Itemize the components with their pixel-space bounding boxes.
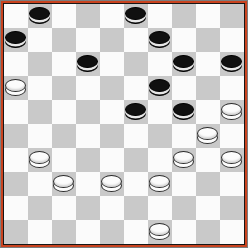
dark-square[interactable] [4, 220, 28, 244]
dark-square[interactable] [28, 100, 52, 124]
dark-square[interactable] [124, 148, 148, 172]
dark-square[interactable] [76, 100, 100, 124]
light-square [28, 76, 52, 100]
dark-square[interactable] [220, 196, 244, 220]
light-square [124, 76, 148, 100]
dark-square[interactable] [4, 76, 28, 100]
white-man[interactable] [29, 151, 50, 168]
piece-disc-top [173, 151, 194, 164]
white-man[interactable] [149, 175, 170, 192]
light-square [220, 28, 244, 52]
dark-square[interactable] [52, 76, 76, 100]
light-square [196, 100, 220, 124]
black-man[interactable] [125, 7, 146, 24]
light-square [28, 172, 52, 196]
piece-disc-top [125, 103, 146, 116]
piece-disc-top [221, 55, 242, 68]
black-man[interactable] [149, 79, 170, 96]
black-man[interactable] [149, 31, 170, 48]
light-square [100, 4, 124, 28]
dark-square[interactable] [52, 220, 76, 244]
dark-square[interactable] [100, 28, 124, 52]
dark-square[interactable] [220, 4, 244, 28]
dark-square[interactable] [124, 196, 148, 220]
black-man[interactable] [173, 103, 194, 120]
dark-square[interactable] [28, 148, 52, 172]
piece-disc-top [149, 31, 170, 44]
white-man[interactable] [5, 79, 26, 96]
piece-disc-top [101, 175, 122, 188]
dark-square[interactable] [196, 124, 220, 148]
black-man[interactable] [173, 55, 194, 72]
light-square [124, 28, 148, 52]
piece-disc-top [173, 103, 194, 116]
piece-disc-top [77, 55, 98, 68]
dark-square[interactable] [148, 172, 172, 196]
light-square [148, 100, 172, 124]
black-man[interactable] [5, 31, 26, 48]
light-square [52, 148, 76, 172]
light-square [76, 28, 100, 52]
light-square [28, 28, 52, 52]
piece-disc-top [149, 175, 170, 188]
light-square [172, 124, 196, 148]
dark-square[interactable] [100, 76, 124, 100]
piece-disc-top [29, 7, 50, 20]
white-man[interactable] [173, 151, 194, 168]
light-square [100, 52, 124, 76]
light-square [196, 52, 220, 76]
black-man[interactable] [77, 55, 98, 72]
light-square [76, 220, 100, 244]
piece-disc-top [221, 151, 242, 164]
dark-square[interactable] [4, 124, 28, 148]
dark-square[interactable] [220, 100, 244, 124]
board-frame-inner [3, 3, 245, 245]
piece-disc-top [5, 79, 26, 92]
board-frame-band [1, 1, 247, 247]
light-square [100, 100, 124, 124]
light-square [52, 196, 76, 220]
dark-square[interactable] [76, 4, 100, 28]
piece-disc-top [173, 55, 194, 68]
dark-square[interactable] [220, 52, 244, 76]
light-square [52, 100, 76, 124]
dark-square[interactable] [28, 4, 52, 28]
light-square [172, 172, 196, 196]
light-square [52, 4, 76, 28]
white-man[interactable] [101, 175, 122, 192]
dark-square[interactable] [148, 124, 172, 148]
dark-square[interactable] [196, 28, 220, 52]
light-square [196, 196, 220, 220]
dark-square[interactable] [172, 196, 196, 220]
dark-square[interactable] [172, 100, 196, 124]
light-square [124, 124, 148, 148]
light-square [220, 220, 244, 244]
light-square [172, 76, 196, 100]
board-frame [0, 0, 248, 248]
dark-square[interactable] [76, 148, 100, 172]
dark-square[interactable] [124, 52, 148, 76]
light-square [148, 196, 172, 220]
light-square [220, 124, 244, 148]
dark-square[interactable] [148, 28, 172, 52]
piece-disc-top [125, 7, 146, 20]
light-square [4, 4, 28, 28]
light-square [76, 76, 100, 100]
dark-square[interactable] [28, 196, 52, 220]
light-square [220, 76, 244, 100]
black-man[interactable] [221, 55, 242, 72]
light-square [4, 148, 28, 172]
dark-square[interactable] [196, 76, 220, 100]
piece-disc-top [53, 175, 74, 188]
light-square [148, 4, 172, 28]
light-square [100, 148, 124, 172]
white-man[interactable] [197, 127, 218, 144]
light-square [196, 148, 220, 172]
light-square [172, 220, 196, 244]
white-man[interactable] [149, 223, 170, 240]
dark-square[interactable] [124, 100, 148, 124]
dark-square[interactable] [52, 28, 76, 52]
dark-square[interactable] [4, 172, 28, 196]
piece-disc-top [221, 103, 242, 116]
light-square [4, 52, 28, 76]
dark-square[interactable] [148, 220, 172, 244]
dark-square[interactable] [100, 220, 124, 244]
light-square [52, 52, 76, 76]
dark-square[interactable] [52, 124, 76, 148]
light-square [124, 220, 148, 244]
dark-square[interactable] [148, 76, 172, 100]
dark-square[interactable] [100, 172, 124, 196]
light-square [220, 172, 244, 196]
dark-square[interactable] [172, 52, 196, 76]
black-man[interactable] [125, 103, 146, 120]
dark-square[interactable] [100, 124, 124, 148]
dark-square[interactable] [124, 4, 148, 28]
light-square [76, 124, 100, 148]
white-man[interactable] [221, 151, 242, 168]
piece-disc-top [149, 79, 170, 92]
piece-disc-top [29, 151, 50, 164]
dark-square[interactable] [172, 4, 196, 28]
white-man[interactable] [221, 103, 242, 120]
dark-square[interactable] [196, 220, 220, 244]
light-square [76, 172, 100, 196]
light-square [148, 52, 172, 76]
draughts-board [4, 4, 244, 244]
light-square [148, 148, 172, 172]
black-man[interactable] [29, 7, 50, 24]
piece-disc-top [197, 127, 218, 140]
light-square [4, 100, 28, 124]
white-man[interactable] [53, 175, 74, 192]
light-square [172, 28, 196, 52]
dark-square[interactable] [52, 172, 76, 196]
light-square [124, 172, 148, 196]
dark-square[interactable] [28, 52, 52, 76]
light-square [4, 196, 28, 220]
dark-square[interactable] [172, 148, 196, 172]
dark-square[interactable] [196, 172, 220, 196]
light-square [196, 4, 220, 28]
piece-disc-top [149, 223, 170, 236]
dark-square[interactable] [76, 52, 100, 76]
light-square [28, 220, 52, 244]
dark-square[interactable] [4, 28, 28, 52]
dark-square[interactable] [220, 148, 244, 172]
dark-square[interactable] [76, 196, 100, 220]
light-square [28, 124, 52, 148]
light-square [100, 196, 124, 220]
piece-disc-top [5, 31, 26, 44]
